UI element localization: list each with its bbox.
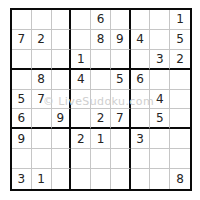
cell-r8c1[interactable] — [12, 149, 32, 169]
cell-r3c8[interactable]: 3 — [150, 50, 170, 70]
sudoku-board: © LiveSudoku.com 61728945132845657469275… — [10, 8, 192, 191]
cell-r8c4[interactable] — [71, 149, 91, 169]
cell-r5c3[interactable] — [52, 90, 72, 110]
cell-r5c8[interactable]: 4 — [150, 90, 170, 110]
cell-r2c9[interactable]: 5 — [170, 30, 190, 50]
cell-r9c7[interactable] — [131, 169, 151, 189]
cell-r1c4[interactable] — [71, 10, 91, 30]
cell-r7c7[interactable]: 3 — [131, 129, 151, 149]
cell-r8c5[interactable] — [91, 149, 111, 169]
cell-r2c3[interactable] — [52, 30, 72, 50]
cell-r7c1[interactable]: 9 — [12, 129, 32, 149]
cell-r9c5[interactable] — [91, 169, 111, 189]
cell-r1c7[interactable] — [131, 10, 151, 30]
cell-r4c7[interactable]: 6 — [131, 70, 151, 90]
cell-r7c5[interactable]: 1 — [91, 129, 111, 149]
cell-r2c4[interactable] — [71, 30, 91, 50]
cell-r1c2[interactable] — [32, 10, 52, 30]
cell-r9c6[interactable] — [111, 169, 131, 189]
cell-r3c7[interactable] — [131, 50, 151, 70]
cell-r8c3[interactable] — [52, 149, 72, 169]
cell-r8c9[interactable] — [170, 149, 190, 169]
cell-r6c3[interactable]: 9 — [52, 109, 72, 129]
cell-r4c6[interactable]: 5 — [111, 70, 131, 90]
cell-r2c5[interactable]: 8 — [91, 30, 111, 50]
cell-r1c9[interactable]: 1 — [170, 10, 190, 30]
cell-r8c6[interactable] — [111, 149, 131, 169]
cell-r9c8[interactable] — [150, 169, 170, 189]
cell-r5c6[interactable] — [111, 90, 131, 110]
cell-r5c4[interactable] — [71, 90, 91, 110]
cell-r3c6[interactable] — [111, 50, 131, 70]
cell-r8c2[interactable] — [32, 149, 52, 169]
cell-r5c7[interactable] — [131, 90, 151, 110]
cell-r4c4[interactable]: 4 — [71, 70, 91, 90]
cell-r4c2[interactable]: 8 — [32, 70, 52, 90]
cell-r4c9[interactable] — [170, 70, 190, 90]
cell-r3c3[interactable] — [52, 50, 72, 70]
cell-r7c6[interactable] — [111, 129, 131, 149]
cell-r4c5[interactable] — [91, 70, 111, 90]
cell-r7c4[interactable]: 2 — [71, 129, 91, 149]
cell-r6c2[interactable] — [32, 109, 52, 129]
cell-r5c5[interactable] — [91, 90, 111, 110]
cell-r5c9[interactable] — [170, 90, 190, 110]
cell-r9c1[interactable]: 3 — [12, 169, 32, 189]
cell-r6c8[interactable]: 5 — [150, 109, 170, 129]
cell-r4c1[interactable] — [12, 70, 32, 90]
cell-r8c7[interactable] — [131, 149, 151, 169]
cell-r6c6[interactable]: 7 — [111, 109, 131, 129]
page: © LiveSudoku.com 61728945132845657469275… — [0, 0, 200, 200]
cell-r1c6[interactable] — [111, 10, 131, 30]
cell-r7c9[interactable] — [170, 129, 190, 149]
cell-r1c1[interactable] — [12, 10, 32, 30]
cell-r6c1[interactable]: 6 — [12, 109, 32, 129]
cell-r3c5[interactable] — [91, 50, 111, 70]
cell-r4c3[interactable] — [52, 70, 72, 90]
cell-r2c6[interactable]: 9 — [111, 30, 131, 50]
cell-r2c1[interactable]: 7 — [12, 30, 32, 50]
cell-r9c4[interactable] — [71, 169, 91, 189]
cell-r7c3[interactable] — [52, 129, 72, 149]
cell-r4c8[interactable] — [150, 70, 170, 90]
cell-r9c2[interactable]: 1 — [32, 169, 52, 189]
cell-r3c1[interactable] — [12, 50, 32, 70]
cell-r8c8[interactable] — [150, 149, 170, 169]
cell-r2c7[interactable]: 4 — [131, 30, 151, 50]
cell-r3c4[interactable]: 1 — [71, 50, 91, 70]
cell-r3c9[interactable]: 2 — [170, 50, 190, 70]
cell-r6c4[interactable] — [71, 109, 91, 129]
cell-r7c2[interactable] — [32, 129, 52, 149]
cell-r2c8[interactable] — [150, 30, 170, 50]
cell-r5c1[interactable]: 5 — [12, 90, 32, 110]
cell-r3c2[interactable] — [32, 50, 52, 70]
cell-r9c9[interactable]: 8 — [170, 169, 190, 189]
cell-r1c8[interactable] — [150, 10, 170, 30]
cell-r5c2[interactable]: 7 — [32, 90, 52, 110]
cell-r2c2[interactable]: 2 — [32, 30, 52, 50]
cell-r9c3[interactable] — [52, 169, 72, 189]
cell-r6c5[interactable]: 2 — [91, 109, 111, 129]
cell-r1c5[interactable]: 6 — [91, 10, 111, 30]
cell-r1c3[interactable] — [52, 10, 72, 30]
cell-r6c9[interactable] — [170, 109, 190, 129]
cell-r7c8[interactable] — [150, 129, 170, 149]
cell-r6c7[interactable] — [131, 109, 151, 129]
